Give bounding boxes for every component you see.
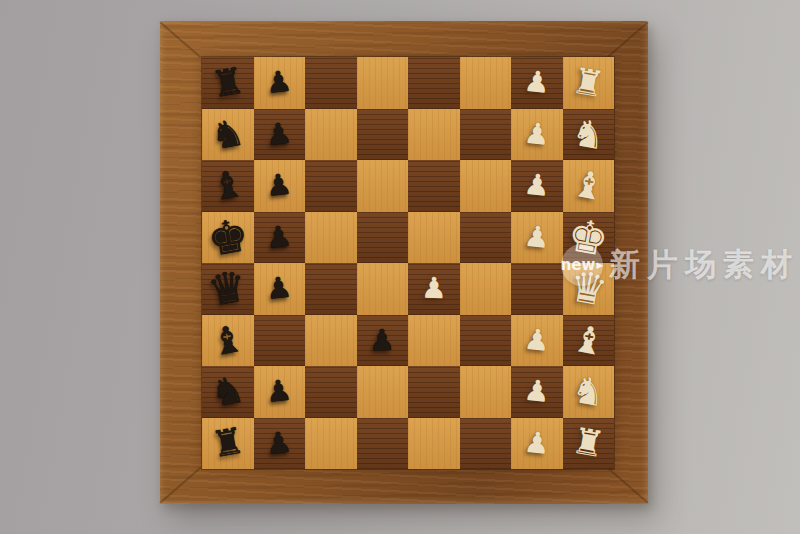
play-triangle-icon: ▶ bbox=[596, 260, 603, 270]
square-g7[interactable]: ♟ bbox=[254, 109, 306, 161]
square-f5[interactable] bbox=[357, 160, 409, 212]
square-b1[interactable]: ♞ bbox=[563, 366, 615, 418]
square-d4[interactable]: ♟ bbox=[408, 263, 460, 315]
square-e7[interactable]: ♟ bbox=[254, 212, 306, 264]
square-g6[interactable] bbox=[305, 109, 357, 161]
watermark-logo: new ▶ bbox=[561, 244, 603, 286]
black-pawn-h7[interactable]: ♟ bbox=[265, 67, 294, 99]
white-knight-b1[interactable]: ♞ bbox=[569, 371, 608, 413]
square-a6[interactable] bbox=[305, 418, 357, 470]
black-queen-d8[interactable]: ♛ bbox=[205, 264, 250, 313]
square-h1[interactable]: ♜ bbox=[563, 57, 615, 109]
square-d8[interactable]: ♛ bbox=[202, 263, 254, 315]
square-g8[interactable]: ♞ bbox=[202, 109, 254, 161]
watermark-text: 新片场素材 bbox=[609, 244, 799, 286]
black-rook-h8[interactable]: ♜ bbox=[209, 62, 247, 103]
square-e6[interactable] bbox=[305, 212, 357, 264]
square-a8[interactable]: ♜ bbox=[202, 418, 254, 470]
white-pawn-g2[interactable]: ♟ bbox=[522, 118, 551, 150]
white-bishop-f1[interactable]: ♝ bbox=[569, 165, 608, 207]
white-pawn-h2[interactable]: ♟ bbox=[522, 67, 551, 99]
square-f4[interactable] bbox=[408, 160, 460, 212]
frame-miter-bottom-left bbox=[159, 467, 201, 504]
square-g5[interactable] bbox=[357, 109, 409, 161]
frame-miter-top-left bbox=[159, 21, 201, 58]
square-a3[interactable] bbox=[460, 418, 512, 470]
square-c3[interactable] bbox=[460, 315, 512, 367]
black-pawn-g7[interactable]: ♟ bbox=[265, 118, 294, 150]
white-pawn-f2[interactable]: ♟ bbox=[522, 170, 551, 202]
square-a7[interactable]: ♟ bbox=[254, 418, 306, 470]
black-pawn-e7[interactable]: ♟ bbox=[265, 221, 294, 253]
square-b5[interactable] bbox=[357, 366, 409, 418]
black-pawn-f7[interactable]: ♟ bbox=[265, 170, 294, 202]
square-b4[interactable] bbox=[408, 366, 460, 418]
square-c5[interactable]: ♟ bbox=[357, 315, 409, 367]
square-b3[interactable] bbox=[460, 366, 512, 418]
square-d3[interactable] bbox=[460, 263, 512, 315]
white-bishop-c1[interactable]: ♝ bbox=[569, 319, 608, 361]
white-rook-a1[interactable]: ♜ bbox=[569, 423, 607, 464]
square-f8[interactable]: ♝ bbox=[202, 160, 254, 212]
square-a5[interactable] bbox=[357, 418, 409, 470]
white-pawn-d4[interactable]: ♟ bbox=[420, 274, 447, 303]
board-grid: ♜♟♟♜♞♟♟♞♝♟♟♝♚♟♟♚♛♟♟♛♝♟♟♝♞♟♟♞♜♟♟♜ bbox=[202, 57, 614, 469]
square-b6[interactable] bbox=[305, 366, 357, 418]
square-g3[interactable] bbox=[460, 109, 512, 161]
black-pawn-b7[interactable]: ♟ bbox=[265, 376, 294, 408]
white-pawn-a2[interactable]: ♟ bbox=[522, 427, 551, 459]
white-pawn-b2[interactable]: ♟ bbox=[522, 376, 551, 408]
square-d2[interactable] bbox=[511, 263, 563, 315]
black-pawn-d7[interactable]: ♟ bbox=[265, 273, 294, 305]
square-f1[interactable]: ♝ bbox=[563, 160, 615, 212]
square-h5[interactable] bbox=[357, 57, 409, 109]
square-d7[interactable]: ♟ bbox=[254, 263, 306, 315]
black-bishop-f8[interactable]: ♝ bbox=[208, 165, 247, 207]
square-h8[interactable]: ♜ bbox=[202, 57, 254, 109]
black-bishop-c8[interactable]: ♝ bbox=[208, 319, 247, 361]
square-e8[interactable]: ♚ bbox=[202, 212, 254, 264]
square-c2[interactable]: ♟ bbox=[511, 315, 563, 367]
square-f7[interactable]: ♟ bbox=[254, 160, 306, 212]
square-f2[interactable]: ♟ bbox=[511, 160, 563, 212]
black-knight-b8[interactable]: ♞ bbox=[208, 371, 247, 413]
square-c1[interactable]: ♝ bbox=[563, 315, 615, 367]
square-d6[interactable] bbox=[305, 263, 357, 315]
watermark: new ▶ 新片场素材 bbox=[561, 244, 799, 286]
square-h2[interactable]: ♟ bbox=[511, 57, 563, 109]
square-c7[interactable] bbox=[254, 315, 306, 367]
square-b2[interactable]: ♟ bbox=[511, 366, 563, 418]
square-g4[interactable] bbox=[408, 109, 460, 161]
frame-miter-bottom-right bbox=[607, 467, 649, 504]
square-g2[interactable]: ♟ bbox=[511, 109, 563, 161]
square-g1[interactable]: ♞ bbox=[563, 109, 615, 161]
square-f6[interactable] bbox=[305, 160, 357, 212]
black-pawn-a7[interactable]: ♟ bbox=[265, 427, 294, 459]
square-h6[interactable] bbox=[305, 57, 357, 109]
white-knight-g1[interactable]: ♞ bbox=[569, 113, 608, 155]
black-knight-g8[interactable]: ♞ bbox=[208, 113, 247, 155]
photo-background: ♜♟♟♜♞♟♟♞♝♟♟♝♚♟♟♚♛♟♟♛♝♟♟♝♞♟♟♞♜♟♟♜ new ▶ 新… bbox=[0, 0, 800, 534]
square-h4[interactable] bbox=[408, 57, 460, 109]
square-e2[interactable]: ♟ bbox=[511, 212, 563, 264]
square-c8[interactable]: ♝ bbox=[202, 315, 254, 367]
square-b7[interactable]: ♟ bbox=[254, 366, 306, 418]
square-h7[interactable]: ♟ bbox=[254, 57, 306, 109]
square-e4[interactable] bbox=[408, 212, 460, 264]
square-a4[interactable] bbox=[408, 418, 460, 470]
black-rook-a8[interactable]: ♜ bbox=[209, 423, 247, 464]
square-e3[interactable] bbox=[460, 212, 512, 264]
watermark-logo-text: new bbox=[561, 256, 596, 274]
square-e5[interactable] bbox=[357, 212, 409, 264]
square-f3[interactable] bbox=[460, 160, 512, 212]
frame-miter-top-right bbox=[607, 21, 649, 58]
square-c6[interactable] bbox=[305, 315, 357, 367]
white-pawn-e2[interactable]: ♟ bbox=[522, 221, 551, 253]
square-a2[interactable]: ♟ bbox=[511, 418, 563, 470]
square-b8[interactable]: ♞ bbox=[202, 366, 254, 418]
square-a1[interactable]: ♜ bbox=[563, 418, 615, 470]
square-h3[interactable] bbox=[460, 57, 512, 109]
white-rook-h1[interactable]: ♜ bbox=[569, 62, 607, 103]
white-pawn-c2[interactable]: ♟ bbox=[522, 324, 551, 356]
black-pawn-c5[interactable]: ♟ bbox=[369, 326, 396, 355]
square-d5[interactable] bbox=[357, 263, 409, 315]
black-king-e8[interactable]: ♚ bbox=[204, 212, 252, 263]
square-c4[interactable] bbox=[408, 315, 460, 367]
